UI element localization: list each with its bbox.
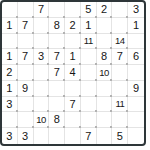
- cell-r8c8[interactable]: [112, 112, 128, 128]
- cell-r7c7[interactable]: [97, 97, 113, 113]
- puzzle-board: 7523178211111417371876274101993711108337…: [0, 0, 146, 146]
- cell-r9c2-clue[interactable]: 3: [18, 128, 34, 144]
- cell-r1c4[interactable]: [49, 2, 65, 18]
- cell-r7c1-clue[interactable]: 3: [2, 97, 18, 113]
- cell-r4c1-clue[interactable]: 1: [2, 49, 18, 65]
- cell-r9c4[interactable]: [49, 128, 65, 144]
- cell-r8c6[interactable]: [81, 112, 97, 128]
- cell-r2c2-clue[interactable]: 7: [18, 18, 34, 34]
- cell-r9c7[interactable]: [97, 128, 113, 144]
- cell-r2c9-clue[interactable]: 1: [128, 18, 144, 34]
- cell-r6c2-clue[interactable]: 9: [18, 81, 34, 97]
- cell-r9c9[interactable]: [128, 128, 144, 144]
- cell-r8c1[interactable]: [2, 112, 18, 128]
- cell-r2c3[interactable]: [34, 18, 50, 34]
- cell-r6c5[interactable]: [65, 81, 81, 97]
- cell-r8c3-clue[interactable]: 10: [34, 112, 50, 128]
- cell-r3c2[interactable]: [18, 34, 34, 50]
- cell-r8c9[interactable]: [128, 112, 144, 128]
- board-grid: 7523178211111417371876274101993711108337…: [2, 2, 144, 144]
- cell-r1c1[interactable]: [2, 2, 18, 18]
- cell-r5c5-clue[interactable]: 4: [65, 65, 81, 81]
- cell-r5c2[interactable]: [18, 65, 34, 81]
- cell-r6c7[interactable]: [97, 81, 113, 97]
- cell-r7c4[interactable]: [49, 97, 65, 113]
- cell-r8c4-clue[interactable]: 8: [49, 112, 65, 128]
- cell-r3c8-clue[interactable]: 14: [112, 34, 128, 50]
- cell-r3c1[interactable]: [2, 34, 18, 50]
- cell-r6c6[interactable]: [81, 81, 97, 97]
- cell-r7c6[interactable]: [81, 97, 97, 113]
- cell-r4c7-clue[interactable]: 8: [97, 49, 113, 65]
- cell-r9c1-clue[interactable]: 3: [2, 128, 18, 144]
- cell-r3c4[interactable]: [49, 34, 65, 50]
- cell-r5c4-clue[interactable]: 7: [49, 65, 65, 81]
- cell-r1c8[interactable]: [112, 2, 128, 18]
- cell-r3c5[interactable]: [65, 34, 81, 50]
- cell-r4c4-clue[interactable]: 7: [49, 49, 65, 65]
- cell-r2c4-clue[interactable]: 8: [49, 18, 65, 34]
- cell-r3c7[interactable]: [97, 34, 113, 50]
- cell-r8c7[interactable]: [97, 112, 113, 128]
- cell-r4c3-clue[interactable]: 3: [34, 49, 50, 65]
- cell-r7c2[interactable]: [18, 97, 34, 113]
- cell-r2c7[interactable]: [97, 18, 113, 34]
- cell-r6c4[interactable]: [49, 81, 65, 97]
- cell-r5c1-clue[interactable]: 2: [2, 65, 18, 81]
- cell-r9c5[interactable]: [65, 128, 81, 144]
- cell-r7c9[interactable]: [128, 97, 144, 113]
- cell-r5c9[interactable]: [128, 65, 144, 81]
- cell-r6c9-clue[interactable]: 9: [128, 81, 144, 97]
- cell-r4c9-clue[interactable]: 6: [128, 49, 144, 65]
- cell-r4c6[interactable]: [81, 49, 97, 65]
- cell-r4c8-clue[interactable]: 7: [112, 49, 128, 65]
- cell-r5c3[interactable]: [34, 65, 50, 81]
- cell-r2c6-clue[interactable]: 1: [81, 18, 97, 34]
- cell-r6c8[interactable]: [112, 81, 128, 97]
- cell-r5c6[interactable]: [81, 65, 97, 81]
- cell-r1c2[interactable]: [18, 2, 34, 18]
- cell-r1c9-clue[interactable]: 3: [128, 2, 144, 18]
- cell-r2c5-clue[interactable]: 2: [65, 18, 81, 34]
- cell-r1c6-clue[interactable]: 5: [81, 2, 97, 18]
- cell-r4c5-clue[interactable]: 1: [65, 49, 81, 65]
- cell-r6c3[interactable]: [34, 81, 50, 97]
- cell-r5c7-clue[interactable]: 10: [97, 65, 113, 81]
- cell-r8c5[interactable]: [65, 112, 81, 128]
- cell-r6c1-clue[interactable]: 1: [2, 81, 18, 97]
- cell-r7c5-clue[interactable]: 7: [65, 97, 81, 113]
- cell-r2c1-clue[interactable]: 1: [2, 18, 18, 34]
- cell-r5c8[interactable]: [112, 65, 128, 81]
- cell-r4c2-clue[interactable]: 7: [18, 49, 34, 65]
- cell-r1c7-clue[interactable]: 2: [97, 2, 113, 18]
- cell-r3c9[interactable]: [128, 34, 144, 50]
- cell-r3c3[interactable]: [34, 34, 50, 50]
- cell-r9c8-clue[interactable]: 5: [112, 128, 128, 144]
- cell-r1c5[interactable]: [65, 2, 81, 18]
- cell-r3c6-clue[interactable]: 11: [81, 34, 97, 50]
- cell-r8c2[interactable]: [18, 112, 34, 128]
- cell-r9c6-clue[interactable]: 7: [81, 128, 97, 144]
- cell-r7c3[interactable]: [34, 97, 50, 113]
- cell-r9c3[interactable]: [34, 128, 50, 144]
- cell-r7c8-clue[interactable]: 11: [112, 97, 128, 113]
- cell-r2c8[interactable]: [112, 18, 128, 34]
- cell-r1c3-clue[interactable]: 7: [34, 2, 50, 18]
